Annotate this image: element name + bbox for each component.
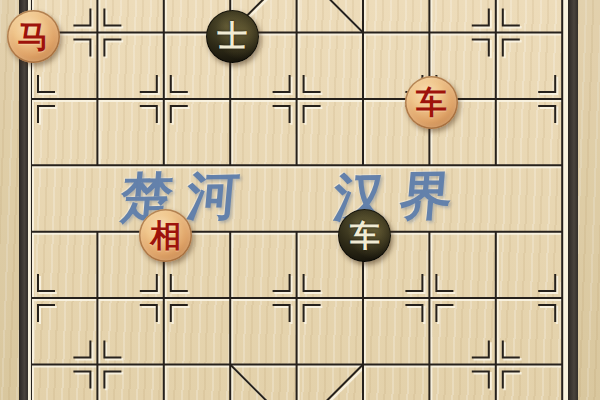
intersection-f6-r7[interactable] [330, 265, 396, 331]
intersection-f3-r8[interactable] [131, 331, 197, 397]
red-elephant-glyph: 相 [150, 220, 181, 251]
intersection-f1-r8[interactable] [0, 331, 64, 397]
intersection-f2-r4[interactable] [64, 66, 130, 132]
intersection-f7-r5[interactable] [396, 132, 462, 198]
intersection-f7-r7[interactable] [396, 265, 462, 331]
intersection-f1-r6[interactable] [0, 198, 64, 264]
black-chariot-glyph: 车 [350, 221, 380, 251]
intersection-f7-r3[interactable] [396, 0, 462, 66]
piece-black-chariot[interactable]: 车 [338, 209, 391, 262]
intersection-f5-r8[interactable] [263, 331, 329, 397]
intersection-f2-r6[interactable] [64, 198, 130, 264]
piece-black-advisor[interactable]: 士 [206, 10, 259, 63]
intersection-f2-r3[interactable] [64, 0, 130, 66]
intersection-f8-r8[interactable] [463, 331, 529, 397]
intersection-f1-r5[interactable] [0, 132, 64, 198]
intersection-f7-r6[interactable] [396, 198, 462, 264]
red-horse-glyph: 马 [18, 21, 49, 52]
intersection-f5-r4[interactable] [263, 66, 329, 132]
xiangqi-board: 马士车相车 [0, 0, 595, 400]
intersection-f6-r5[interactable] [330, 132, 396, 198]
intersection-f3-r4[interactable] [131, 66, 197, 132]
intersection-f6-r4[interactable] [330, 66, 396, 132]
intersection-f4-r4[interactable] [197, 66, 263, 132]
intersection-f9-r3[interactable] [529, 0, 595, 66]
intersection-f6-r3[interactable] [330, 0, 396, 66]
intersection-f8-r4[interactable] [463, 66, 529, 132]
intersection-f9-r4[interactable] [529, 66, 595, 132]
piece-red-horse[interactable]: 马 [7, 10, 60, 63]
intersection-f2-r7[interactable] [64, 265, 130, 331]
intersection-f8-r5[interactable] [463, 132, 529, 198]
intersection-f5-r7[interactable] [263, 265, 329, 331]
intersection-f8-r3[interactable] [463, 0, 529, 66]
intersection-f3-r5[interactable] [131, 132, 197, 198]
intersection-f9-r6[interactable] [529, 198, 595, 264]
xiangqi-screenshot: 楚河 汉界 马士车相车 [0, 0, 600, 400]
intersection-f2-r8[interactable] [64, 331, 130, 397]
intersection-f5-r5[interactable] [263, 132, 329, 198]
intersection-f8-r7[interactable] [463, 265, 529, 331]
intersection-f5-r6[interactable] [263, 198, 329, 264]
piece-red-chariot[interactable]: 车 [405, 76, 458, 129]
intersection-f5-r3[interactable] [263, 0, 329, 66]
intersection-f8-r6[interactable] [463, 198, 529, 264]
intersection-f4-r8[interactable] [197, 331, 263, 397]
intersection-f9-r5[interactable] [529, 132, 595, 198]
piece-red-elephant[interactable]: 相 [139, 209, 192, 262]
intersection-f4-r7[interactable] [197, 265, 263, 331]
intersection-f3-r7[interactable] [131, 265, 197, 331]
intersection-f4-r5[interactable] [197, 132, 263, 198]
intersection-f1-r7[interactable] [0, 265, 64, 331]
black-advisor-glyph: 士 [217, 21, 247, 51]
intersection-f1-r4[interactable] [0, 66, 64, 132]
intersection-f7-r8[interactable] [396, 331, 462, 397]
intersection-f9-r8[interactable] [529, 331, 595, 397]
intersection-f2-r5[interactable] [64, 132, 130, 198]
intersection-f9-r7[interactable] [529, 265, 595, 331]
intersection-f4-r6[interactable] [197, 198, 263, 264]
intersection-f3-r3[interactable] [131, 0, 197, 66]
intersection-f6-r8[interactable] [330, 331, 396, 397]
red-chariot-glyph: 车 [416, 87, 447, 118]
